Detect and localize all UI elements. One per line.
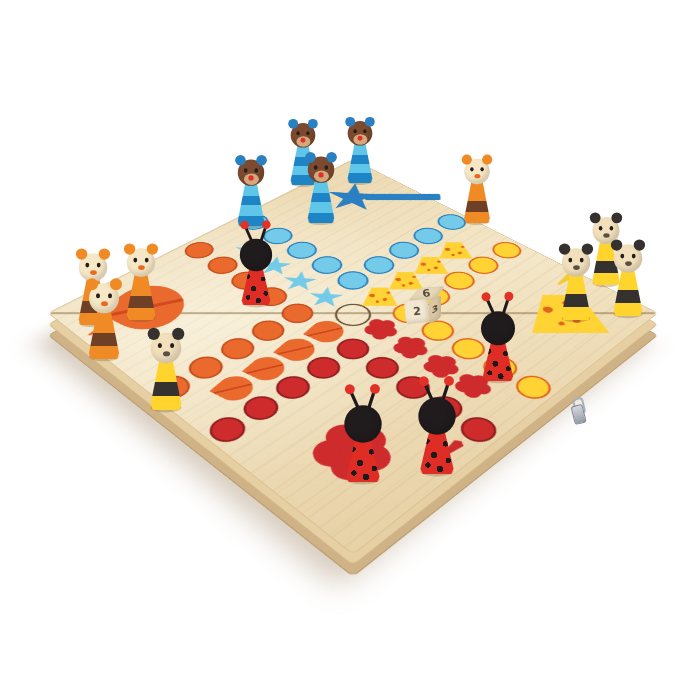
orange-cat-4[interactable] [462, 157, 493, 223]
yellow-mouse-1[interactable] [559, 246, 593, 320]
ladybug-4[interactable] [417, 389, 457, 475]
blue-bear-3[interactable] [305, 155, 337, 224]
orange-cat-3[interactable] [86, 281, 122, 359]
piece-body [237, 182, 265, 226]
blue-bear-2[interactable] [345, 119, 375, 183]
wooden-die[interactable]: 6 3 2 [404, 287, 444, 327]
blue-bear-4[interactable] [235, 158, 267, 227]
piece-body [347, 142, 373, 183]
metal-clasp [560, 395, 596, 429]
piece-ear [148, 328, 160, 340]
piece-ear [99, 248, 110, 259]
ladybug-3[interactable] [343, 397, 383, 483]
piece-body [150, 359, 183, 410]
piece-head [481, 311, 515, 345]
piece-head [240, 239, 272, 271]
piece-body [482, 339, 514, 381]
piece-ear [482, 154, 492, 164]
ladybug-2[interactable] [480, 303, 516, 381]
scene: 6 3 2 [0, 0, 700, 700]
piece-ear [611, 239, 622, 250]
piece-head [344, 405, 381, 442]
piece-ear [86, 278, 98, 290]
piece-ear [559, 243, 570, 254]
piece-ear [345, 117, 355, 127]
piece-ear [256, 155, 267, 166]
die-front-face: 2 [404, 299, 430, 324]
piece-ear [326, 152, 337, 163]
piece-head [89, 283, 119, 313]
piece-ear [611, 212, 622, 223]
piece-ear [590, 212, 601, 223]
piece-ear [235, 155, 246, 166]
piece-body [613, 269, 643, 317]
piece-body [241, 265, 271, 305]
yellow-mouse-4[interactable] [148, 331, 185, 411]
piece-body [463, 181, 490, 224]
piece-body [126, 273, 156, 321]
piece-head [614, 244, 643, 273]
piece-head [418, 397, 455, 434]
piece-head [151, 333, 182, 364]
ladybug-1[interactable] [239, 231, 273, 305]
piece-ear [305, 152, 316, 163]
piece-ear [462, 154, 472, 164]
piece-ear [308, 119, 318, 129]
piece-ear [365, 117, 375, 127]
piece-ear [124, 243, 135, 254]
piece-head [308, 156, 334, 182]
piece-ear [634, 239, 645, 250]
piece-body [307, 179, 335, 223]
piece-ear [110, 278, 122, 290]
piece-body [345, 436, 380, 482]
piece-head [562, 248, 591, 277]
die-right-face: 3 [429, 295, 441, 324]
piece-ear [288, 119, 298, 129]
piece-ear [147, 243, 158, 254]
piece-body [88, 309, 120, 359]
piece-ear [172, 328, 184, 340]
piece-body [419, 428, 454, 474]
piece-ear [582, 243, 593, 254]
piece-head [238, 159, 264, 185]
piece-head [348, 121, 373, 146]
piece-body [561, 273, 591, 321]
pieces-overlay: 6 3 2 [0, 0, 700, 700]
piece-ear [76, 248, 87, 259]
piece-head [464, 159, 490, 185]
piece-head [79, 253, 108, 282]
yellow-mouse-2[interactable] [611, 242, 645, 316]
piece-head [291, 123, 316, 148]
piece-head [127, 248, 156, 277]
orange-cat-2[interactable] [124, 246, 158, 320]
